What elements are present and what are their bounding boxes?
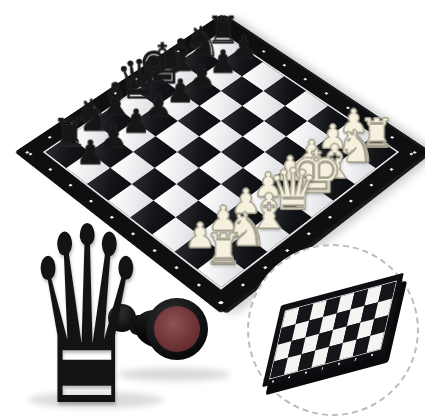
black-queen-foreground: ♛ — [20, 195, 154, 417]
black-pawn-piece: ♟ — [67, 136, 113, 169]
magnet-felt-base — [154, 306, 200, 352]
folded-board-inset — [247, 244, 419, 416]
white-rook-piece: ♜ — [198, 228, 247, 271]
tipped-piece-base — [146, 298, 208, 360]
product-photo: ♜♞♝♛♚♝♞♜♟♟♟♟♟♟♟♟♟♟♟♟♟♟♟♟♜♞♝♛♚♝♞♜ ♛ — [0, 0, 425, 417]
square-a1: ♜ — [198, 252, 245, 288]
